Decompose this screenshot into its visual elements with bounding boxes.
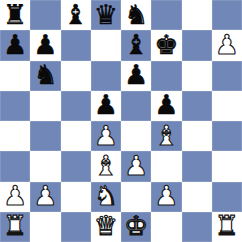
square-a7[interactable]: ♟ (0, 30, 30, 60)
piece-white-queen[interactable]: ♛ (94, 212, 118, 239)
square-h7[interactable]: ♟ (212, 30, 242, 60)
piece-white-pawn[interactable]: ♟ (154, 182, 178, 209)
square-b7[interactable]: ♟ (30, 30, 60, 60)
piece-black-rook[interactable]: ♜ (3, 1, 27, 28)
square-e3[interactable]: ♟ (121, 151, 151, 181)
piece-black-knight[interactable]: ♞ (124, 1, 148, 28)
square-d1[interactable]: ♛ (91, 212, 121, 242)
piece-black-pawn[interactable]: ♟ (3, 31, 27, 58)
square-h5[interactable] (212, 91, 242, 121)
square-b6[interactable]: ♞ (30, 61, 60, 91)
square-g3[interactable] (182, 151, 212, 181)
square-d8[interactable]: ♛ (91, 0, 121, 30)
square-f2[interactable]: ♟ (151, 182, 181, 212)
square-f5[interactable]: ♟ (151, 91, 181, 121)
piece-white-bishop[interactable]: ♝ (154, 122, 178, 149)
square-g5[interactable] (182, 91, 212, 121)
square-a5[interactable] (0, 91, 30, 121)
square-b5[interactable] (30, 91, 60, 121)
piece-white-rook[interactable]: ♜ (215, 212, 239, 239)
piece-black-pawn[interactable]: ♟ (124, 61, 148, 88)
square-e5[interactable] (121, 91, 151, 121)
square-b8[interactable] (30, 0, 60, 30)
square-f4[interactable]: ♝ (151, 121, 181, 151)
piece-black-pawn[interactable]: ♟ (154, 91, 178, 118)
square-a6[interactable] (0, 61, 30, 91)
square-e1[interactable]: ♚ (121, 212, 151, 242)
piece-white-king[interactable]: ♚ (124, 212, 148, 239)
piece-white-pawn[interactable]: ♟ (3, 182, 27, 209)
piece-white-pawn[interactable]: ♟ (215, 31, 239, 58)
square-a4[interactable] (0, 121, 30, 151)
square-e4[interactable] (121, 121, 151, 151)
square-h4[interactable] (212, 121, 242, 151)
piece-white-pawn[interactable]: ♟ (124, 152, 148, 179)
square-b4[interactable] (30, 121, 60, 151)
piece-black-knight[interactable]: ♞ (33, 61, 57, 88)
square-c1[interactable] (61, 212, 91, 242)
piece-white-bishop[interactable]: ♝ (94, 152, 118, 179)
square-c8[interactable]: ♝ (61, 0, 91, 30)
piece-black-pawn[interactable]: ♟ (94, 91, 118, 118)
square-g4[interactable] (182, 121, 212, 151)
square-e2[interactable] (121, 182, 151, 212)
square-b1[interactable] (30, 212, 60, 242)
square-g1[interactable] (182, 212, 212, 242)
piece-white-pawn[interactable]: ♟ (33, 182, 57, 209)
square-g6[interactable] (182, 61, 212, 91)
square-e8[interactable]: ♞ (121, 0, 151, 30)
square-g2[interactable] (182, 182, 212, 212)
square-h2[interactable] (212, 182, 242, 212)
square-d7[interactable] (91, 30, 121, 60)
piece-white-pawn[interactable]: ♟ (94, 122, 118, 149)
square-a8[interactable]: ♜ (0, 0, 30, 30)
square-d3[interactable]: ♝ (91, 151, 121, 181)
square-h3[interactable] (212, 151, 242, 181)
square-h8[interactable] (212, 0, 242, 30)
square-d6[interactable] (91, 61, 121, 91)
square-c2[interactable] (61, 182, 91, 212)
piece-white-rook[interactable]: ♜ (3, 212, 27, 239)
square-d5[interactable]: ♟ (91, 91, 121, 121)
square-f7[interactable]: ♚ (151, 30, 181, 60)
square-c5[interactable] (61, 91, 91, 121)
piece-black-bishop[interactable]: ♝ (64, 1, 88, 28)
square-a1[interactable]: ♜ (0, 212, 30, 242)
square-a3[interactable] (0, 151, 30, 181)
square-h6[interactable] (212, 61, 242, 91)
square-g8[interactable] (182, 0, 212, 30)
square-f8[interactable] (151, 0, 181, 30)
square-c7[interactable] (61, 30, 91, 60)
square-b2[interactable]: ♟ (30, 182, 60, 212)
square-d4[interactable]: ♟ (91, 121, 121, 151)
square-f6[interactable] (151, 61, 181, 91)
piece-black-bishop[interactable]: ♝ (124, 31, 148, 58)
square-g7[interactable] (182, 30, 212, 60)
chess-board: ♜♝♛♞♟♟♝♚♟♞♟♟♟♟♝♝♟♟♟♞♟♜♛♚♜ (0, 0, 242, 242)
square-d2[interactable]: ♞ (91, 182, 121, 212)
square-f1[interactable] (151, 212, 181, 242)
piece-black-king[interactable]: ♚ (154, 31, 178, 58)
square-e7[interactable]: ♝ (121, 30, 151, 60)
piece-black-pawn[interactable]: ♟ (33, 31, 57, 58)
square-h1[interactable]: ♜ (212, 212, 242, 242)
piece-white-knight[interactable]: ♞ (94, 182, 118, 209)
square-e6[interactable]: ♟ (121, 61, 151, 91)
piece-black-queen[interactable]: ♛ (94, 1, 118, 28)
square-b3[interactable] (30, 151, 60, 181)
square-c4[interactable] (61, 121, 91, 151)
square-c6[interactable] (61, 61, 91, 91)
square-c3[interactable] (61, 151, 91, 181)
square-a2[interactable]: ♟ (0, 182, 30, 212)
square-f3[interactable] (151, 151, 181, 181)
